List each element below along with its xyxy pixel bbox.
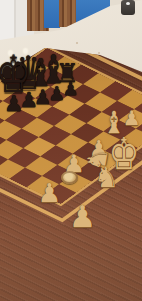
chair-wood-slats xyxy=(59,0,77,27)
table-object-highlight xyxy=(126,2,130,5)
blue-chair-back xyxy=(44,0,60,28)
black-king-finial-glint xyxy=(9,51,12,55)
chess-photo-scene: ♟♟♞♞♟♚♟♝♟♚♛♝♝♜♟♟♟♟♟ xyxy=(0,0,142,301)
table-object xyxy=(121,0,135,15)
black-queen-finial-glint xyxy=(24,49,27,53)
